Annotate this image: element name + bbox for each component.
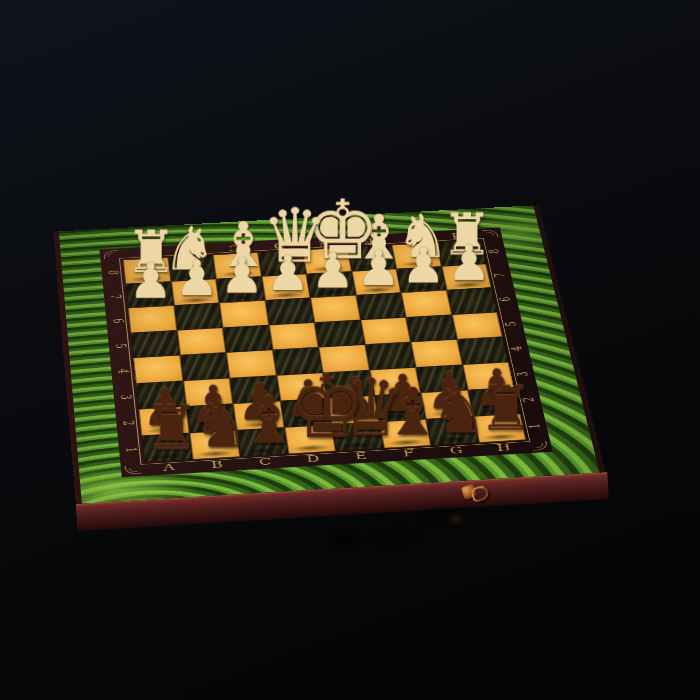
malachite-frame: ♜♞♝♛♚♝♞♜♟♟♟♟♟♟♟♟♟♟♟♟♟♟♟♟♜♞♝♚♛♝♞♜ AABBCCD… <box>59 205 600 503</box>
label-band: ♜♞♝♛♚♝♞♜♟♟♟♟♟♟♟♟♟♟♟♟♟♟♟♟♜♞♝♚♛♝♞♜ AABBCCD… <box>99 227 552 477</box>
perspective-scene: ♜♞♝♛♚♝♞♜♟♟♟♟♟♟♟♟♟♟♟♟♟♟♟♟♜♞♝♚♛♝♞♜ AABBCCD… <box>0 0 700 700</box>
piece-wP-c7: ♟ <box>219 251 265 300</box>
scene: ♜♞♝♛♚♝♞♜♟♟♟♟♟♟♟♟♟♟♟♟♟♟♟♟♜♞♝♚♛♝♞♜ AABBCCD… <box>0 0 700 700</box>
square-e5 <box>314 320 364 347</box>
clasp-icon <box>460 480 485 505</box>
square-h5 <box>451 312 502 339</box>
file-label-near-b: B <box>192 457 242 473</box>
piece-wP-h7: ♟ <box>446 239 491 288</box>
square-g5 <box>406 315 457 342</box>
square-a7: ♟ <box>125 281 173 308</box>
square-f6 <box>356 293 406 320</box>
square-c7: ♟ <box>216 276 265 303</box>
square-g7: ♟ <box>396 266 446 293</box>
square-h7: ♟ <box>441 264 491 290</box>
chess-box: ♜♞♝♛♚♝♞♜♟♟♟♟♟♟♟♟♟♟♟♟♟♟♟♟♜♞♝♚♛♝♞♜ AABBCCD… <box>59 205 600 503</box>
square-f5 <box>360 317 411 344</box>
square-b7: ♟ <box>171 279 220 306</box>
floor-reflection <box>372 526 419 544</box>
square-c6 <box>219 300 268 327</box>
square-b5 <box>177 327 226 355</box>
box-front-edge <box>76 472 609 531</box>
square-e6 <box>310 295 360 322</box>
square-d6 <box>265 298 315 325</box>
square-f7: ♟ <box>351 269 401 296</box>
piece-wP-d7: ♟ <box>265 249 311 298</box>
board-grid: ♜♞♝♛♚♝♞♜♟♟♟♟♟♟♟♟♟♟♟♟♟♟♟♟♜♞♝♚♛♝♞♜ <box>123 240 526 462</box>
square-a5 <box>131 330 180 358</box>
clasp-reflection <box>450 516 462 522</box>
square-g6 <box>401 290 451 317</box>
piece-wP-f7: ♟ <box>355 244 401 293</box>
square-d5 <box>269 322 319 350</box>
square-b6 <box>174 303 223 330</box>
square-c5 <box>223 325 273 353</box>
corner-ornament-icon <box>531 441 549 451</box>
square-e7: ♟ <box>306 271 355 298</box>
corner-ornament-icon <box>103 250 119 259</box>
square-h6 <box>446 288 497 315</box>
square-d7: ♟ <box>261 274 310 301</box>
square-a1: ♜ <box>141 433 192 463</box>
file-label-near-a: A <box>144 460 194 476</box>
piece-wP-b7: ♟ <box>173 254 219 303</box>
corner-ornament-icon <box>125 465 142 475</box>
square-a6 <box>128 305 177 332</box>
piece-wP-e7: ♟ <box>310 246 356 295</box>
piece-bN-b1: ♞ <box>192 393 240 456</box>
piece-bR-a1: ♜ <box>144 398 192 459</box>
piece-wP-a7: ♟ <box>128 256 174 305</box>
piece-wP-g7: ♟ <box>401 241 446 290</box>
floor-reflection <box>330 534 358 545</box>
